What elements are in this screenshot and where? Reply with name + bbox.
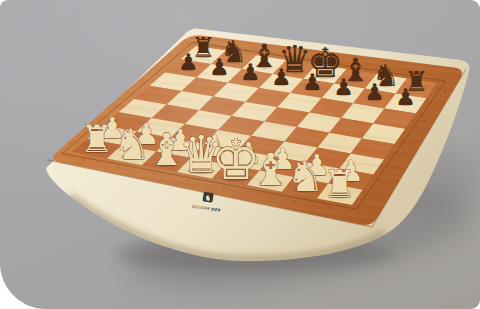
black-pawn-glyph: ♟ xyxy=(395,84,416,110)
black-pawn-c7: ♟ xyxy=(240,59,261,85)
knight-icon: ♞ xyxy=(204,193,212,203)
white-knight-glyph: ♞ xyxy=(113,120,151,169)
white-knight-g1: ♞ xyxy=(286,152,324,201)
black-pawn-glyph: ♟ xyxy=(209,54,230,80)
black-pawn-glyph: ♟ xyxy=(302,69,323,95)
white-rook-h1: ♜ xyxy=(323,162,357,206)
white-bishop-glyph: ♝ xyxy=(251,144,291,195)
black-pawn-a7: ♟ xyxy=(178,49,199,75)
rank-label-5: 5 xyxy=(413,136,415,140)
rank-label-2: 2 xyxy=(382,182,384,186)
white-rook-a1: ♜ xyxy=(80,117,114,161)
black-pawn-glyph: ♟ xyxy=(333,74,354,100)
white-knight-glyph: ♞ xyxy=(286,152,324,201)
black-pawn-d7: ♟ xyxy=(271,64,292,90)
white-knight-b1: ♞ xyxy=(113,120,151,169)
white-bishop-f1: ♝ xyxy=(251,144,291,195)
black-pawn-b7: ♟ xyxy=(209,54,230,80)
black-pawn-g7: ♟ xyxy=(364,79,385,105)
rank-label-1: 1 xyxy=(371,197,373,201)
black-pawn-glyph: ♟ xyxy=(271,64,292,90)
black-pawn-f7: ♟ xyxy=(333,74,354,100)
chessboard-product-photo: abcdefgh12345678 ♞ SQUAREOFF ♜♞♝♟♛♟♚♟♝♟♞… xyxy=(0,0,480,309)
black-pawn-glyph: ♟ xyxy=(240,59,261,85)
black-pawn-glyph: ♟ xyxy=(178,49,199,75)
white-rook-glyph: ♜ xyxy=(323,162,357,206)
rank-label-7: 7 xyxy=(434,105,436,109)
studio-background: abcdefgh12345678 ♞ SQUAREOFF ♜♞♝♟♛♟♚♟♝♟♞… xyxy=(0,0,480,309)
white-rook-glyph: ♜ xyxy=(80,117,114,161)
black-pawn-h7: ♟ xyxy=(395,84,416,110)
black-pawn-e7: ♟ xyxy=(302,69,323,95)
rank-label-3: 3 xyxy=(392,167,394,171)
black-pawn-glyph: ♟ xyxy=(364,79,385,105)
